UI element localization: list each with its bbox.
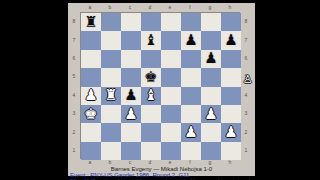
rank-label-1: 1 <box>240 141 252 159</box>
square-e6[interactable] <box>161 50 181 68</box>
square-a3[interactable]: ♚ <box>81 105 101 123</box>
square-c6[interactable] <box>121 50 141 68</box>
rank-label-1: 1 <box>68 141 80 159</box>
square-g2[interactable] <box>201 123 221 141</box>
black-rook: ♜ <box>84 15 97 30</box>
square-g4[interactable] <box>201 87 221 105</box>
file-label-c: c <box>120 160 140 165</box>
square-b2[interactable] <box>101 123 121 141</box>
rank-label-7: 7 <box>240 30 252 48</box>
square-d2[interactable] <box>141 123 161 141</box>
file-label-a: a <box>80 5 100 10</box>
square-e5[interactable] <box>161 68 181 86</box>
square-b8[interactable] <box>101 13 121 31</box>
square-b7[interactable] <box>101 31 121 49</box>
next-text: Next : 92. <box>118 179 144 180</box>
file-label-h: h <box>220 5 240 10</box>
square-d1[interactable] <box>141 142 161 160</box>
rank-label-5: 5 <box>68 67 80 85</box>
file-labels-bottom: abcdefgh <box>80 159 255 166</box>
rank-label-8: 8 <box>68 12 80 30</box>
square-b6[interactable] <box>101 50 121 68</box>
file-label-f: f <box>180 160 200 165</box>
file-label-d: d <box>140 5 160 10</box>
square-a4[interactable]: ♟ <box>81 87 101 105</box>
rank-labels-left: 87654321 <box>68 12 80 159</box>
square-e4[interactable] <box>161 87 181 105</box>
file-label-e: e <box>160 5 180 10</box>
square-h8[interactable] <box>221 13 241 31</box>
file-label-h: h <box>220 160 240 165</box>
info-bar: Barnes Evgeny — Mikadi Nebojsa 1-0 Event… <box>68 166 255 180</box>
file-label-g: g <box>200 5 220 10</box>
square-c2[interactable] <box>121 123 141 141</box>
square-b5[interactable] <box>101 68 121 86</box>
black-king: ♚ <box>144 70 157 85</box>
file-label-b: b <box>100 5 120 10</box>
last-move-text: 91 ... Kd5 <box>70 179 96 180</box>
black-pawn: ♟ <box>124 88 137 103</box>
white-bishop: ♝ <box>144 88 157 103</box>
white-pawn: ♟ <box>124 107 137 122</box>
square-f6[interactable] <box>181 50 201 68</box>
square-d6[interactable] <box>141 50 161 68</box>
square-g8[interactable] <box>201 13 221 31</box>
white-pawn: ♟ <box>204 107 217 122</box>
square-a6[interactable] <box>81 50 101 68</box>
white-rook: ♜ <box>104 88 117 103</box>
square-f7[interactable]: ♟ <box>181 31 201 49</box>
black-pawn: ♟ <box>184 33 197 48</box>
black-bishop: ♝ <box>144 33 157 48</box>
square-e7[interactable] <box>161 31 181 49</box>
file-label-f: f <box>180 5 200 10</box>
length-text: Length : 46 <box>166 179 196 180</box>
side-to-move-indicator-white-pawn-icon: ♙ <box>241 72 255 88</box>
square-g3[interactable]: ♟ <box>201 105 221 123</box>
square-d5[interactable]: ♚ <box>141 68 161 86</box>
file-label-b: b <box>100 160 120 165</box>
square-f4[interactable] <box>181 87 201 105</box>
rank-label-2: 2 <box>240 122 252 140</box>
material-text: Material : +1 <box>218 179 251 180</box>
square-c8[interactable] <box>121 13 141 31</box>
white-king: ♚ <box>84 107 97 122</box>
rank-label-7: 7 <box>68 30 80 48</box>
square-a7[interactable] <box>81 31 101 49</box>
rank-label-6: 6 <box>240 49 252 67</box>
black-pawn: ♟ <box>224 33 237 48</box>
status-line: 91 ... Kd5 Next : 92. Length : 46 Materi… <box>68 179 255 180</box>
square-h7[interactable]: ♟ <box>221 31 241 49</box>
square-h4[interactable] <box>221 87 241 105</box>
rank-label-2: 2 <box>68 122 80 140</box>
square-c7[interactable] <box>121 31 141 49</box>
square-h5[interactable] <box>221 68 241 86</box>
white-pawn: ♟ <box>184 125 197 140</box>
rank-label-4: 4 <box>240 86 252 104</box>
file-labels-top: abcdefgh <box>80 3 255 12</box>
square-e1[interactable] <box>161 142 181 160</box>
game-viewer-panel: abcdefgh 87654321 ♜♝♟♟♟♚♟♜♟♝♚♟♟♟♟ 876543… <box>68 3 255 176</box>
square-a2[interactable] <box>81 123 101 141</box>
white-pawn: ♟ <box>84 88 97 103</box>
square-f8[interactable] <box>181 13 201 31</box>
square-b3[interactable] <box>101 105 121 123</box>
rank-label-4: 4 <box>68 86 80 104</box>
square-a5[interactable] <box>81 68 101 86</box>
square-a1[interactable] <box>81 142 101 160</box>
square-g6[interactable]: ♟ <box>201 50 221 68</box>
square-d7[interactable]: ♝ <box>141 31 161 49</box>
file-label-g: g <box>200 160 220 165</box>
square-c3[interactable]: ♟ <box>121 105 141 123</box>
file-label-d: d <box>140 160 160 165</box>
square-f2[interactable]: ♟ <box>181 123 201 141</box>
square-c5[interactable] <box>121 68 141 86</box>
file-label-e: e <box>160 160 180 165</box>
file-label-c: c <box>120 5 140 10</box>
square-e2[interactable] <box>161 123 181 141</box>
square-e8[interactable] <box>161 13 181 31</box>
rank-label-3: 3 <box>68 104 80 122</box>
square-b4[interactable]: ♜ <box>101 87 121 105</box>
rank-label-6: 6 <box>68 49 80 67</box>
file-label-a: a <box>80 160 100 165</box>
black-pawn: ♟ <box>204 51 217 66</box>
square-h2[interactable]: ♟ <box>221 123 241 141</box>
white-pawn: ♟ <box>224 125 237 140</box>
square-d3[interactable] <box>141 105 161 123</box>
rank-label-8: 8 <box>240 12 252 30</box>
square-f5[interactable] <box>181 68 201 86</box>
square-e3[interactable] <box>161 105 181 123</box>
square-g7[interactable] <box>201 31 221 49</box>
square-h3[interactable] <box>221 105 241 123</box>
square-h6[interactable] <box>221 50 241 68</box>
square-c4[interactable]: ♟ <box>121 87 141 105</box>
square-a8[interactable]: ♜ <box>81 13 101 31</box>
square-c1[interactable] <box>121 142 141 160</box>
square-g5[interactable] <box>201 68 221 86</box>
chess-board: ♜♝♟♟♟♚♟♜♟♝♚♟♟♟♟ <box>80 12 240 159</box>
rank-label-3: 3 <box>240 104 252 122</box>
square-h1[interactable] <box>221 142 241 160</box>
square-b1[interactable] <box>101 142 121 160</box>
square-d8[interactable] <box>141 13 161 31</box>
square-f1[interactable] <box>181 142 201 160</box>
square-g1[interactable] <box>201 142 221 160</box>
square-f3[interactable] <box>181 105 201 123</box>
square-d4[interactable]: ♝ <box>141 87 161 105</box>
